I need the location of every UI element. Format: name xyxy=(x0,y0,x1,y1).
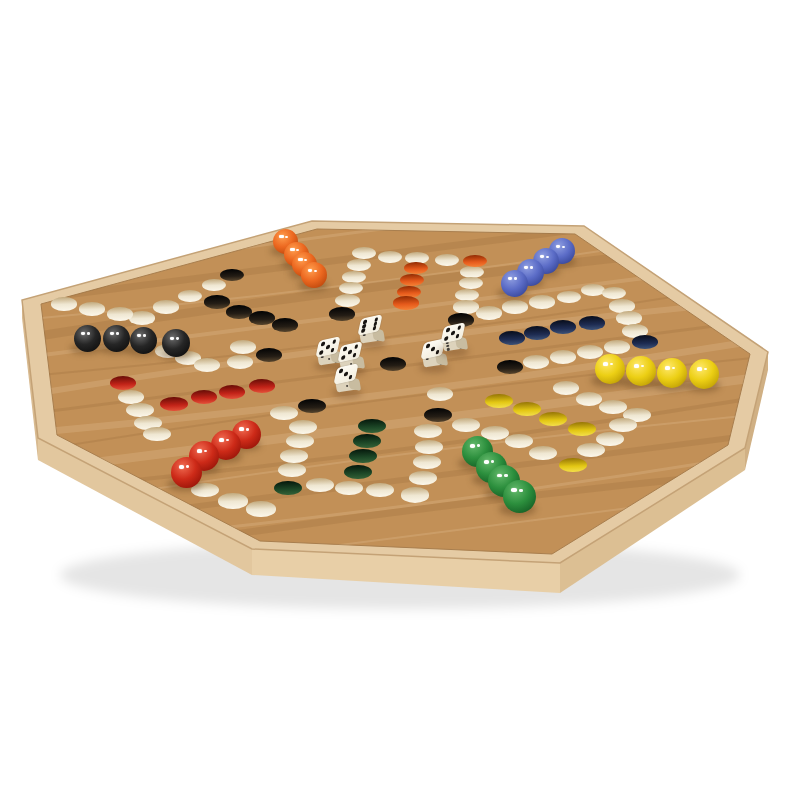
black-hole[interactable] xyxy=(226,305,251,318)
orange-hole[interactable] xyxy=(463,255,487,268)
yellow-hole[interactable] xyxy=(559,458,587,473)
track-hole[interactable] xyxy=(427,387,454,401)
yellow-marble[interactable] xyxy=(689,359,719,389)
aggravation-board-photo xyxy=(0,0,800,800)
red-hole[interactable] xyxy=(191,390,218,404)
track-hole[interactable] xyxy=(576,392,603,406)
track-hole[interactable] xyxy=(529,446,557,461)
black-marble[interactable] xyxy=(74,325,101,352)
track-hole[interactable] xyxy=(577,345,603,359)
black-marble[interactable] xyxy=(130,327,157,354)
black-marble[interactable] xyxy=(162,329,190,357)
track-hole[interactable] xyxy=(335,481,364,496)
track-hole[interactable] xyxy=(129,311,154,324)
green-hole[interactable] xyxy=(353,434,381,448)
track-hole[interactable] xyxy=(609,418,637,432)
orange-hole[interactable] xyxy=(404,262,428,275)
black-hole[interactable] xyxy=(329,307,354,320)
red-hole[interactable] xyxy=(219,385,246,399)
green-hole[interactable] xyxy=(344,465,372,480)
yellow-hole[interactable] xyxy=(513,402,540,416)
black-hole[interactable] xyxy=(424,408,451,422)
red-hole[interactable] xyxy=(110,376,137,390)
track-hole[interactable] xyxy=(553,381,580,395)
track-hole[interactable] xyxy=(118,390,145,404)
blue-hole[interactable] xyxy=(632,335,658,348)
black-hole[interactable] xyxy=(256,348,282,362)
track-hole[interactable] xyxy=(202,279,227,292)
track-hole[interactable] xyxy=(476,306,501,319)
die-showing-3[interactable] xyxy=(335,368,361,394)
green-hole[interactable] xyxy=(349,449,377,464)
track-hole[interactable] xyxy=(335,294,360,307)
black-marble[interactable] xyxy=(103,325,130,352)
blue-hole[interactable] xyxy=(579,316,604,329)
track-hole[interactable] xyxy=(401,487,430,502)
track-hole[interactable] xyxy=(280,449,308,464)
yellow-marble[interactable] xyxy=(595,354,625,384)
blue-marble[interactable] xyxy=(501,270,528,297)
track-hole[interactable] xyxy=(339,282,364,295)
blue-hole[interactable] xyxy=(524,326,550,339)
yellow-hole[interactable] xyxy=(485,394,512,408)
orange-hole[interactable] xyxy=(400,274,425,287)
track-hole[interactable] xyxy=(550,350,576,364)
black-hole[interactable] xyxy=(249,311,274,324)
track-hole[interactable] xyxy=(79,302,104,315)
track-hole[interactable] xyxy=(278,463,306,478)
black-hole[interactable] xyxy=(497,360,523,374)
track-hole[interactable] xyxy=(153,300,178,313)
track-hole[interactable] xyxy=(452,418,480,432)
track-hole[interactable] xyxy=(286,434,314,448)
piece-layer xyxy=(0,0,800,800)
black-hole[interactable] xyxy=(380,357,406,371)
track-hole[interactable] xyxy=(352,247,376,260)
track-hole[interactable] xyxy=(413,455,441,470)
track-hole[interactable] xyxy=(289,420,317,434)
track-hole[interactable] xyxy=(366,483,395,498)
black-hole[interactable] xyxy=(204,295,229,308)
track-hole[interactable] xyxy=(602,287,627,300)
track-hole[interactable] xyxy=(227,355,253,369)
green-hole[interactable] xyxy=(274,481,303,496)
track-hole[interactable] xyxy=(107,307,132,320)
green-hole[interactable] xyxy=(358,419,386,433)
track-hole[interactable] xyxy=(505,434,533,448)
black-hole[interactable] xyxy=(298,399,325,413)
track-hole[interactable] xyxy=(218,493,247,508)
yellow-hole[interactable] xyxy=(539,412,566,426)
orange-marble[interactable] xyxy=(301,262,327,288)
track-hole[interactable] xyxy=(306,478,335,493)
red-hole[interactable] xyxy=(160,397,187,411)
track-hole[interactable] xyxy=(616,311,641,324)
red-marble[interactable] xyxy=(171,457,202,488)
track-hole[interactable] xyxy=(126,403,153,417)
black-hole[interactable] xyxy=(272,318,298,331)
die-showing-6[interactable] xyxy=(359,319,385,345)
track-hole[interactable] xyxy=(604,340,630,353)
track-hole[interactable] xyxy=(378,251,402,264)
track-hole[interactable] xyxy=(347,259,371,272)
yellow-marble[interactable] xyxy=(626,356,656,386)
die-showing-5[interactable] xyxy=(442,327,468,353)
track-hole[interactable] xyxy=(143,427,171,441)
track-hole[interactable] xyxy=(577,443,605,458)
blue-hole[interactable] xyxy=(550,320,576,333)
track-hole[interactable] xyxy=(194,358,220,372)
track-hole[interactable] xyxy=(435,254,459,267)
green-marble[interactable] xyxy=(503,480,536,513)
track-hole[interactable] xyxy=(230,340,256,353)
yellow-hole[interactable] xyxy=(568,422,596,436)
blue-hole[interactable] xyxy=(499,331,525,344)
track-hole[interactable] xyxy=(415,440,443,455)
track-hole[interactable] xyxy=(51,297,76,310)
track-hole[interactable] xyxy=(599,400,626,414)
track-hole[interactable] xyxy=(459,277,484,290)
track-hole[interactable] xyxy=(409,471,438,486)
track-hole[interactable] xyxy=(178,290,203,303)
track-hole[interactable] xyxy=(414,424,442,438)
track-hole[interactable] xyxy=(246,501,275,516)
black-hole[interactable] xyxy=(220,269,245,282)
track-hole[interactable] xyxy=(529,295,554,308)
track-hole[interactable] xyxy=(453,300,478,313)
track-hole[interactable] xyxy=(270,406,297,420)
track-hole[interactable] xyxy=(502,300,527,313)
track-hole[interactable] xyxy=(523,355,549,369)
track-hole[interactable] xyxy=(557,291,582,304)
yellow-marble[interactable] xyxy=(657,358,687,388)
red-hole[interactable] xyxy=(249,379,276,393)
orange-hole[interactable] xyxy=(393,296,418,309)
